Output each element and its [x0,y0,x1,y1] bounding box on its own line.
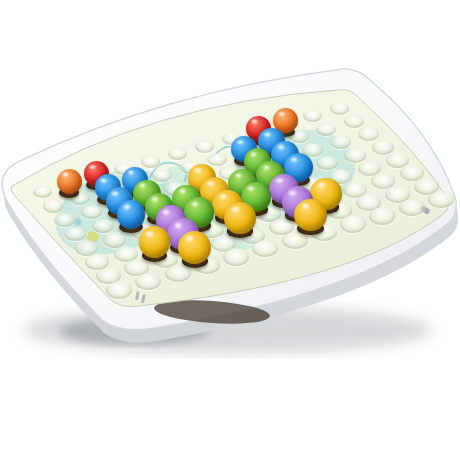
peg-highlight [144,230,155,238]
peg-yellow[interactable] [139,226,171,258]
peg-socket[interactable] [369,207,395,224]
peg-highlight [263,131,272,138]
peg-socket[interactable] [135,273,161,290]
peg-socket[interactable] [344,115,364,128]
peg-highlight [316,181,327,189]
peg-highlight [173,221,184,229]
peg-socket[interactable] [330,135,351,149]
peg-socket[interactable] [106,281,132,298]
peg-highlight [250,118,259,125]
peg-orange[interactable] [57,169,82,194]
peg-socket[interactable] [252,240,278,257]
peg-socket[interactable] [64,227,86,242]
product-photo-mosaic-peg-board [0,0,460,460]
peg-highlight [110,190,119,197]
peg-highlight [61,171,70,178]
peg-highlight [230,205,241,213]
peg-highlight [99,177,108,184]
peg-yellow[interactable] [224,202,256,234]
peg-highlight [150,195,160,203]
peg-blue[interactable] [117,200,146,229]
peg-socket[interactable] [316,156,338,171]
peg-yellow[interactable] [178,231,211,264]
peg-socket[interactable] [428,191,454,208]
peg-highlight [122,203,132,211]
peg-socket[interactable] [54,213,75,227]
peg-socket[interactable] [316,123,336,136]
peg-socket[interactable] [330,102,349,115]
peg-highlight [236,139,245,146]
peg-socket[interactable] [92,219,114,234]
peg-socket[interactable] [33,186,52,199]
peg-socket[interactable] [43,199,63,212]
peg-socket[interactable] [223,248,249,265]
peg-highlight [276,143,285,150]
peg-socket[interactable] [303,110,322,123]
peg-yellow[interactable] [294,199,327,232]
peg-highlight [88,164,97,171]
peg-socket[interactable] [165,265,191,282]
peg-socket[interactable] [399,199,425,216]
peg-socket[interactable] [195,140,214,153]
peg-socket[interactable] [358,127,379,141]
peg-highlight [277,111,286,118]
peg-socket[interactable] [340,215,366,232]
peg-board [0,0,460,460]
peg-highlight [193,167,202,174]
peg-highlight [274,177,284,185]
peg-socket[interactable] [168,148,187,161]
peg-highlight [190,200,200,208]
peg-socket[interactable] [81,205,102,219]
peg-socket[interactable] [372,140,394,155]
peg-socket[interactable] [344,148,366,163]
